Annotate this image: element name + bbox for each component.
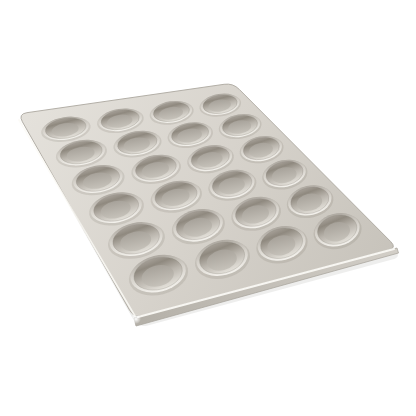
corner-specular-spot [131,314,141,324]
product-photo-muffin-pan [0,0,416,416]
muffin-pan-illustration [0,0,416,416]
